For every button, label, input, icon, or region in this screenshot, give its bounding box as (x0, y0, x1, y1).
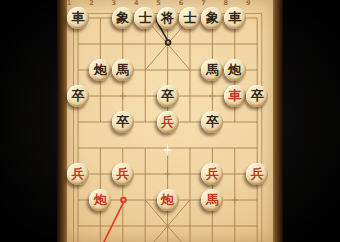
piece-glyph-red-soldier: 兵 (67, 163, 89, 185)
piece-black-soldier[interactable]: 卒 (157, 85, 179, 107)
piece-glyph-black-general: 将 (157, 7, 179, 29)
piece-glyph-black-soldier: 卒 (157, 85, 179, 107)
piece-glyph-black-cannon: 炮 (89, 59, 111, 81)
piece-black-elephant[interactable]: 象 (112, 7, 134, 29)
piece-glyph-red-soldier: 兵 (246, 163, 268, 185)
piece-glyph-red-horse: 馬 (201, 189, 223, 211)
piece-red-soldier[interactable]: 兵 (157, 111, 179, 133)
piece-glyph-red-soldier: 兵 (112, 163, 134, 185)
piece-glyph-red-cannon: 炮 (89, 189, 111, 211)
piece-glyph-black-soldier: 卒 (201, 111, 223, 133)
piece-glyph-red-soldier: 兵 (157, 111, 179, 133)
piece-black-horse[interactable]: 馬 (201, 59, 223, 81)
piece-glyph-red-chariot: 車 (224, 85, 246, 107)
piece-glyph-black-elephant: 象 (112, 7, 134, 29)
piece-red-soldier[interactable]: 兵 (201, 163, 223, 185)
piece-glyph-black-soldier: 卒 (67, 85, 89, 107)
piece-glyph-black-horse: 馬 (201, 59, 223, 81)
piece-black-advisor[interactable]: 士 (134, 7, 156, 29)
piece-glyph-red-soldier: 兵 (201, 163, 223, 185)
piece-glyph-black-cannon: 炮 (224, 59, 246, 81)
piece-red-chariot[interactable]: 車 (224, 85, 246, 107)
piece-red-cannon[interactable]: 炮 (157, 189, 179, 211)
app-background: 123456789 車象士将士象車炮馬馬炮卒卒車卒卒兵卒兵兵兵兵炮炮馬 (0, 0, 340, 242)
piece-red-cannon[interactable]: 炮 (89, 189, 111, 211)
piece-black-soldier[interactable]: 卒 (67, 85, 89, 107)
piece-black-horse[interactable]: 馬 (112, 59, 134, 81)
piece-black-cannon[interactable]: 炮 (89, 59, 111, 81)
piece-red-soldier[interactable]: 兵 (67, 163, 89, 185)
piece-red-horse[interactable]: 馬 (201, 189, 223, 211)
piece-glyph-black-advisor: 士 (179, 7, 201, 29)
piece-glyph-black-elephant: 象 (201, 7, 223, 29)
piece-glyph-black-advisor: 士 (134, 7, 156, 29)
piece-red-soldier[interactable]: 兵 (246, 163, 268, 185)
piece-red-soldier[interactable]: 兵 (112, 163, 134, 185)
piece-black-advisor[interactable]: 士 (179, 7, 201, 29)
piece-glyph-black-chariot: 車 (67, 7, 89, 29)
piece-black-soldier[interactable]: 卒 (201, 111, 223, 133)
piece-black-cannon[interactable]: 炮 (224, 59, 246, 81)
piece-black-chariot[interactable]: 車 (224, 7, 246, 29)
piece-glyph-black-horse: 馬 (112, 59, 134, 81)
piece-black-soldier[interactable]: 卒 (112, 111, 134, 133)
piece-glyph-black-chariot: 車 (224, 7, 246, 29)
piece-black-soldier[interactable]: 卒 (246, 85, 268, 107)
piece-glyph-black-soldier: 卒 (246, 85, 268, 107)
piece-black-chariot[interactable]: 車 (67, 7, 89, 29)
piece-black-elephant[interactable]: 象 (201, 7, 223, 29)
piece-glyph-black-soldier: 卒 (112, 111, 134, 133)
piece-black-general[interactable]: 将 (157, 7, 179, 29)
pieces-layer: 車象士将士象車炮馬馬炮卒卒車卒卒兵卒兵兵兵兵炮炮馬 (0, 0, 340, 242)
piece-glyph-red-cannon: 炮 (157, 189, 179, 211)
